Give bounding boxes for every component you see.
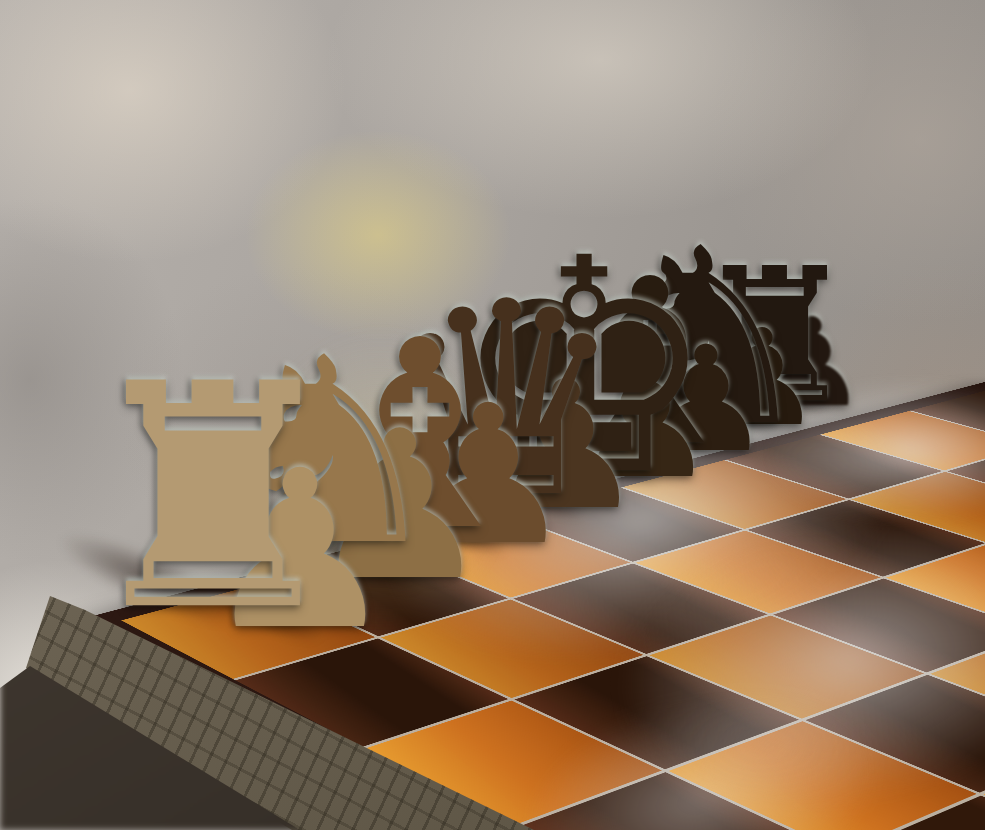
carved-chess-set-photo: ♟♜♟♞♟♝♟♚♟♛♟♝♟♞♟♜	[0, 0, 985, 830]
piece-rook-a8: ♜	[74, 344, 351, 653]
